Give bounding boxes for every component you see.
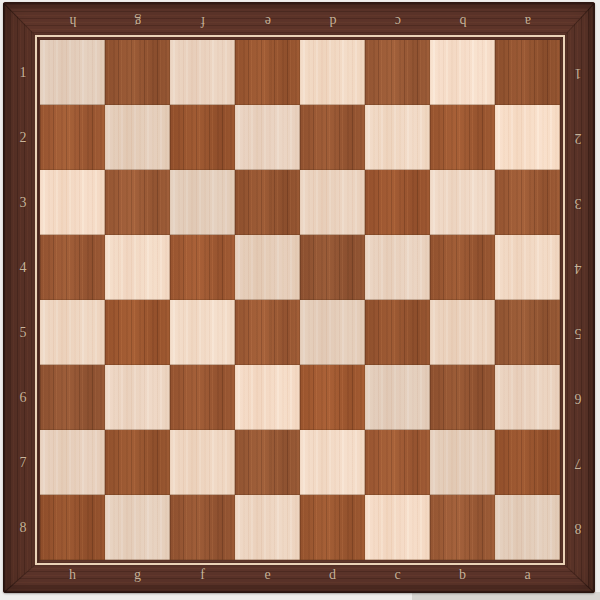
square-e3[interactable] <box>235 170 300 235</box>
square-d4[interactable] <box>300 235 365 300</box>
square-e7[interactable] <box>235 430 300 495</box>
square-g8[interactable] <box>105 495 170 560</box>
square-g2[interactable] <box>105 105 170 170</box>
square-c3[interactable] <box>365 170 430 235</box>
file-label-top-g: g <box>134 14 141 28</box>
square-d1[interactable] <box>300 40 365 105</box>
file-label-bottom-c: c <box>394 568 400 582</box>
mitre-seam-bottom-left <box>3 560 41 593</box>
square-h3[interactable] <box>40 170 105 235</box>
square-g1[interactable] <box>105 40 170 105</box>
square-c5[interactable] <box>365 300 430 365</box>
square-f2[interactable] <box>170 105 235 170</box>
square-a4[interactable] <box>495 235 560 300</box>
square-a7[interactable] <box>495 430 560 495</box>
square-b7[interactable] <box>430 430 495 495</box>
frame-left <box>3 2 40 593</box>
playing-field <box>40 40 560 560</box>
square-e2[interactable] <box>235 105 300 170</box>
file-label-top-a: a <box>524 14 530 28</box>
rank-label-left-2: 2 <box>20 131 27 145</box>
square-d8[interactable] <box>300 495 365 560</box>
square-e1[interactable] <box>235 40 300 105</box>
rank-label-left-4: 4 <box>20 261 27 275</box>
rank-label-right-1: 1 <box>575 66 582 80</box>
file-label-top-f: f <box>200 14 205 28</box>
square-g4[interactable] <box>105 235 170 300</box>
square-a2[interactable] <box>495 105 560 170</box>
square-h7[interactable] <box>40 430 105 495</box>
square-a6[interactable] <box>495 365 560 430</box>
square-b6[interactable] <box>430 365 495 430</box>
rank-label-left-1: 1 <box>20 66 27 80</box>
file-label-bottom-f: f <box>200 568 205 582</box>
rank-label-right-2: 2 <box>575 131 582 145</box>
file-label-bottom-d: d <box>329 568 336 582</box>
square-c6[interactable] <box>365 365 430 430</box>
mitre-seam-top-right <box>559 2 595 41</box>
square-e8[interactable] <box>235 495 300 560</box>
square-c2[interactable] <box>365 105 430 170</box>
square-d7[interactable] <box>300 430 365 495</box>
file-label-bottom-b: b <box>459 568 466 582</box>
photo-background: hh11gg22ff33ee44dd55cc66bb77aa88 <box>0 0 600 600</box>
square-h1[interactable] <box>40 40 105 105</box>
rank-label-right-8: 8 <box>575 521 582 535</box>
rank-label-right-4: 4 <box>575 261 582 275</box>
square-g6[interactable] <box>105 365 170 430</box>
frame-top <box>3 2 595 40</box>
file-label-bottom-g: g <box>134 568 141 582</box>
square-c7[interactable] <box>365 430 430 495</box>
square-h5[interactable] <box>40 300 105 365</box>
square-d3[interactable] <box>300 170 365 235</box>
square-h6[interactable] <box>40 365 105 430</box>
square-c8[interactable] <box>365 495 430 560</box>
square-b2[interactable] <box>430 105 495 170</box>
square-c1[interactable] <box>365 40 430 105</box>
rank-label-left-7: 7 <box>20 456 27 470</box>
mitre-seam-bottom-right <box>560 560 595 593</box>
square-h4[interactable] <box>40 235 105 300</box>
square-e6[interactable] <box>235 365 300 430</box>
square-b4[interactable] <box>430 235 495 300</box>
square-b8[interactable] <box>430 495 495 560</box>
square-f7[interactable] <box>170 430 235 495</box>
square-a1[interactable] <box>495 40 560 105</box>
square-b5[interactable] <box>430 300 495 365</box>
square-b1[interactable] <box>430 40 495 105</box>
file-label-bottom-a: a <box>524 568 530 582</box>
rank-label-left-5: 5 <box>20 326 27 340</box>
file-label-top-c: c <box>394 14 400 28</box>
file-label-top-b: b <box>459 14 466 28</box>
square-a5[interactable] <box>495 300 560 365</box>
square-f8[interactable] <box>170 495 235 560</box>
file-label-top-d: d <box>329 14 336 28</box>
square-h2[interactable] <box>40 105 105 170</box>
square-f5[interactable] <box>170 300 235 365</box>
square-b3[interactable] <box>430 170 495 235</box>
square-e4[interactable] <box>235 235 300 300</box>
rank-label-right-5: 5 <box>575 326 582 340</box>
square-g5[interactable] <box>105 300 170 365</box>
square-f4[interactable] <box>170 235 235 300</box>
file-label-bottom-e: e <box>264 568 270 582</box>
square-d5[interactable] <box>300 300 365 365</box>
square-a3[interactable] <box>495 170 560 235</box>
square-a8[interactable] <box>495 495 560 560</box>
square-d6[interactable] <box>300 365 365 430</box>
mitre-seam-top-left <box>3 2 40 41</box>
square-f1[interactable] <box>170 40 235 105</box>
square-h8[interactable] <box>40 495 105 560</box>
square-f6[interactable] <box>170 365 235 430</box>
frame-right <box>560 2 595 593</box>
rank-label-left-3: 3 <box>20 196 27 210</box>
square-g7[interactable] <box>105 430 170 495</box>
file-label-top-e: e <box>264 14 270 28</box>
file-label-top-h: h <box>69 14 76 28</box>
frame-bottom <box>3 560 595 593</box>
square-g3[interactable] <box>105 170 170 235</box>
square-d2[interactable] <box>300 105 365 170</box>
square-e5[interactable] <box>235 300 300 365</box>
square-c4[interactable] <box>365 235 430 300</box>
rank-label-right-3: 3 <box>575 196 582 210</box>
chessboard: hh11gg22ff33ee44dd55cc66bb77aa88 <box>3 2 595 593</box>
rank-label-right-7: 7 <box>575 456 582 470</box>
rank-label-left-6: 6 <box>20 391 27 405</box>
background-shadow-strip <box>412 592 600 600</box>
rank-label-right-6: 6 <box>575 391 582 405</box>
file-label-bottom-h: h <box>69 568 76 582</box>
rank-label-left-8: 8 <box>20 521 27 535</box>
board-grid <box>40 40 560 560</box>
square-f3[interactable] <box>170 170 235 235</box>
